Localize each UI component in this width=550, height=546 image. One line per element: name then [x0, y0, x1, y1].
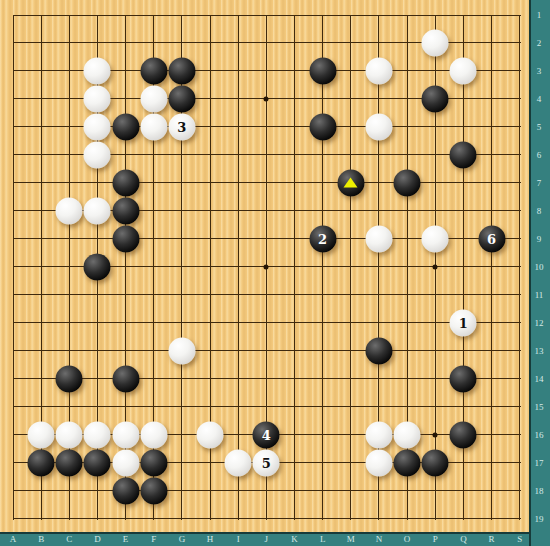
grid-line [294, 15, 295, 520]
row-label-11: 11 [535, 290, 544, 300]
stone-white-E16 [112, 421, 139, 448]
move-number: 5 [262, 456, 271, 469]
col-label-C: C [66, 534, 72, 544]
star-point [433, 432, 438, 437]
row-label-2: 2 [537, 38, 542, 48]
grid-line [13, 294, 521, 295]
row-label-13: 13 [535, 346, 544, 356]
col-label-A: A [10, 534, 17, 544]
stone-white-D8 [84, 197, 111, 224]
col-label-O: O [404, 534, 411, 544]
stone-black-F18 [140, 477, 167, 504]
stone-black-G4 [168, 85, 195, 112]
grid-line [13, 182, 521, 183]
grid-line [13, 406, 521, 407]
go-app-window: 326145 ABCDEFGHIJKLMNOPQRS12345678910111… [0, 0, 550, 546]
row-label-3: 3 [537, 66, 542, 76]
stone-white-B16 [28, 421, 55, 448]
stone-white-D16 [84, 421, 111, 448]
stone-black-P17 [422, 449, 449, 476]
row-label-14: 14 [535, 374, 544, 384]
stone-white-C16 [56, 421, 83, 448]
col-label-D: D [94, 534, 101, 544]
stone-black-F3 [140, 57, 167, 84]
grid-line [13, 322, 521, 323]
col-label-H: H [207, 534, 214, 544]
stone-white-N3 [365, 57, 392, 84]
stone-white-H16 [197, 421, 224, 448]
col-label-P: P [433, 534, 438, 544]
stone-white-F16 [140, 421, 167, 448]
star-point [264, 96, 269, 101]
row-label-16: 16 [535, 430, 544, 440]
stone-white-F4 [140, 85, 167, 112]
row-label-12: 12 [535, 318, 544, 328]
stone-white-P9 [422, 225, 449, 252]
stone-white-N17 [365, 449, 392, 476]
stone-white-D3 [84, 57, 111, 84]
row-label-15: 15 [535, 402, 544, 412]
stone-black-O7 [394, 169, 421, 196]
move-number: 6 [487, 232, 496, 245]
star-point [264, 264, 269, 269]
stone-white-N16 [365, 421, 392, 448]
stone-white-D5 [84, 113, 111, 140]
stone-black-R9: 6 [478, 225, 505, 252]
stone-black-E18 [112, 477, 139, 504]
row-label-8: 8 [537, 206, 542, 216]
grid-line [13, 378, 521, 379]
stone-white-J17: 5 [253, 449, 280, 476]
stone-black-B17 [28, 449, 55, 476]
move-number: 3 [177, 120, 186, 133]
grid-line [13, 350, 521, 351]
row-label-17: 17 [535, 458, 544, 468]
col-label-B: B [38, 534, 44, 544]
stone-white-E17 [112, 449, 139, 476]
row-label-1: 1 [537, 10, 542, 20]
grid-line [350, 15, 351, 520]
col-label-S: S [517, 534, 522, 544]
col-label-G: G [179, 534, 186, 544]
stone-black-L9: 2 [309, 225, 336, 252]
stone-black-L5 [309, 113, 336, 140]
row-label-18: 18 [535, 486, 544, 496]
stone-black-M7 [337, 169, 364, 196]
row-label-9: 9 [537, 234, 542, 244]
grid-line [13, 490, 521, 491]
stone-white-G13 [168, 337, 195, 364]
grid-line [13, 15, 521, 16]
stone-white-F5 [140, 113, 167, 140]
stone-black-Q14 [450, 365, 477, 392]
stone-white-C8 [56, 197, 83, 224]
stone-white-N5 [365, 113, 392, 140]
stone-black-D17 [84, 449, 111, 476]
stone-black-N13 [365, 337, 392, 364]
go-board[interactable]: 326145 [0, 0, 529, 532]
stone-white-O16 [394, 421, 421, 448]
stone-black-Q16 [450, 421, 477, 448]
star-point [433, 264, 438, 269]
row-label-7: 7 [537, 178, 542, 188]
col-label-F: F [151, 534, 156, 544]
stone-black-C14 [56, 365, 83, 392]
col-label-J: J [265, 534, 269, 544]
stone-black-E8 [112, 197, 139, 224]
col-label-I: I [237, 534, 240, 544]
col-label-K: K [291, 534, 298, 544]
move-number: 2 [318, 232, 327, 245]
grid-line [519, 15, 520, 520]
move-number: 4 [262, 428, 271, 441]
stone-black-P4 [422, 85, 449, 112]
grid-line [13, 518, 521, 519]
stone-white-Q12: 1 [450, 309, 477, 336]
stone-black-O17 [394, 449, 421, 476]
col-label-N: N [376, 534, 383, 544]
move-number: 1 [459, 316, 468, 329]
stone-black-G3 [168, 57, 195, 84]
stone-black-C17 [56, 449, 83, 476]
stone-black-E14 [112, 365, 139, 392]
stone-black-E7 [112, 169, 139, 196]
grid-line [13, 15, 14, 520]
stone-black-Q6 [450, 141, 477, 168]
stone-white-D4 [84, 85, 111, 112]
stone-black-D10 [84, 253, 111, 280]
stone-black-E5 [112, 113, 139, 140]
stone-white-N9 [365, 225, 392, 252]
row-label-5: 5 [537, 122, 542, 132]
grid-line [491, 15, 492, 520]
stone-white-G5: 3 [168, 113, 195, 140]
row-label-10: 10 [535, 262, 544, 272]
stone-white-D6 [84, 141, 111, 168]
col-label-L: L [320, 534, 326, 544]
col-label-M: M [347, 534, 355, 544]
stone-white-Q3 [450, 57, 477, 84]
row-label-6: 6 [537, 150, 542, 160]
stone-black-E9 [112, 225, 139, 252]
row-label-4: 4 [537, 94, 542, 104]
stone-black-F17 [140, 449, 167, 476]
stone-white-P2 [422, 29, 449, 56]
triangle-marker [344, 177, 358, 187]
row-label-19: 19 [535, 514, 544, 524]
col-label-E: E [123, 534, 129, 544]
stone-black-L3 [309, 57, 336, 84]
col-label-Q: Q [460, 534, 467, 544]
grid-line [238, 15, 239, 520]
grid-line [322, 15, 323, 520]
col-label-R: R [489, 534, 495, 544]
stone-white-I17 [225, 449, 252, 476]
stone-black-J16: 4 [253, 421, 280, 448]
